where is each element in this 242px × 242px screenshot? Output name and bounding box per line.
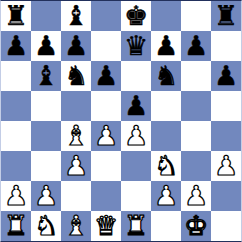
square-g7[interactable]: ♟ (181, 31, 211, 61)
white-pawn[interactable]: ♟ (154, 182, 178, 209)
black-bishop[interactable]: ♝ (34, 62, 58, 89)
square-d4[interactable]: ♟ (91, 121, 121, 151)
white-knight[interactable]: ♞ (154, 152, 178, 179)
square-f4[interactable] (151, 121, 181, 151)
square-b3[interactable] (31, 151, 61, 181)
square-e2[interactable] (121, 181, 151, 211)
square-g6[interactable] (181, 61, 211, 91)
black-pawn[interactable]: ♟ (154, 32, 178, 59)
square-e5[interactable]: ♟ (121, 91, 151, 121)
square-b6[interactable]: ♝ (31, 61, 61, 91)
black-rook[interactable]: ♜ (4, 2, 28, 29)
square-h1[interactable] (211, 211, 241, 241)
white-pawn[interactable]: ♟ (4, 182, 28, 209)
square-d8[interactable] (91, 1, 121, 31)
square-a4[interactable] (1, 121, 31, 151)
black-pawn[interactable]: ♟ (64, 32, 88, 59)
white-queen[interactable]: ♛ (94, 212, 118, 239)
square-b5[interactable] (31, 91, 61, 121)
square-f6[interactable]: ♞ (151, 61, 181, 91)
square-c6[interactable]: ♞ (61, 61, 91, 91)
square-e8[interactable]: ♚ (121, 1, 151, 31)
square-a7[interactable]: ♟ (1, 31, 31, 61)
square-c3[interactable]: ♟ (61, 151, 91, 181)
black-pawn[interactable]: ♟ (124, 92, 148, 119)
black-pawn[interactable]: ♟ (34, 32, 58, 59)
white-knight[interactable]: ♞ (34, 212, 58, 239)
square-f3[interactable]: ♞ (151, 151, 181, 181)
white-pawn[interactable]: ♟ (184, 182, 208, 209)
square-c7[interactable]: ♟ (61, 31, 91, 61)
black-rook[interactable]: ♜ (214, 2, 238, 29)
black-queen[interactable]: ♛ (124, 32, 148, 59)
square-d6[interactable]: ♟ (91, 61, 121, 91)
white-pawn[interactable]: ♟ (94, 122, 118, 149)
white-pawn[interactable]: ♟ (34, 182, 58, 209)
chess-board: ♜♝♚♜♟♟♟♛♟♟♝♞♟♞♟♟♝♟♟♟♞♟♟♟♟♟♜♞♝♛♜♚ (0, 0, 242, 242)
square-f1[interactable] (151, 211, 181, 241)
black-pawn[interactable]: ♟ (214, 62, 238, 89)
square-d5[interactable] (91, 91, 121, 121)
square-a1[interactable]: ♜ (1, 211, 31, 241)
square-h8[interactable]: ♜ (211, 1, 241, 31)
square-a5[interactable] (1, 91, 31, 121)
square-g3[interactable] (181, 151, 211, 181)
square-b1[interactable]: ♞ (31, 211, 61, 241)
square-g4[interactable] (181, 121, 211, 151)
square-f2[interactable]: ♟ (151, 181, 181, 211)
white-bishop[interactable]: ♝ (64, 122, 88, 149)
square-f5[interactable] (151, 91, 181, 121)
square-h2[interactable] (211, 181, 241, 211)
square-e4[interactable]: ♟ (121, 121, 151, 151)
white-pawn[interactable]: ♟ (124, 122, 148, 149)
square-b7[interactable]: ♟ (31, 31, 61, 61)
square-b8[interactable] (31, 1, 61, 31)
white-pawn[interactable]: ♟ (214, 152, 238, 179)
square-c8[interactable]: ♝ (61, 1, 91, 31)
chess-board-grid: ♜♝♚♜♟♟♟♛♟♟♝♞♟♞♟♟♝♟♟♟♞♟♟♟♟♟♜♞♝♛♜♚ (1, 1, 241, 241)
square-e3[interactable] (121, 151, 151, 181)
white-rook[interactable]: ♜ (4, 212, 28, 239)
square-c1[interactable]: ♝ (61, 211, 91, 241)
square-e1[interactable]: ♜ (121, 211, 151, 241)
square-d2[interactable] (91, 181, 121, 211)
square-d1[interactable]: ♛ (91, 211, 121, 241)
square-g5[interactable] (181, 91, 211, 121)
black-pawn[interactable]: ♟ (184, 32, 208, 59)
square-h3[interactable]: ♟ (211, 151, 241, 181)
square-f8[interactable] (151, 1, 181, 31)
square-g8[interactable] (181, 1, 211, 31)
square-c2[interactable] (61, 181, 91, 211)
square-a8[interactable]: ♜ (1, 1, 31, 31)
white-bishop[interactable]: ♝ (64, 212, 88, 239)
square-g1[interactable]: ♚ (181, 211, 211, 241)
black-bishop[interactable]: ♝ (64, 2, 88, 29)
white-pawn[interactable]: ♟ (64, 152, 88, 179)
square-h6[interactable]: ♟ (211, 61, 241, 91)
square-f7[interactable]: ♟ (151, 31, 181, 61)
square-a2[interactable]: ♟ (1, 181, 31, 211)
square-c5[interactable] (61, 91, 91, 121)
square-h5[interactable] (211, 91, 241, 121)
black-pawn[interactable]: ♟ (94, 62, 118, 89)
square-c4[interactable]: ♝ (61, 121, 91, 151)
square-b2[interactable]: ♟ (31, 181, 61, 211)
black-king[interactable]: ♚ (124, 2, 148, 29)
square-b4[interactable] (31, 121, 61, 151)
square-e6[interactable] (121, 61, 151, 91)
black-knight[interactable]: ♞ (64, 62, 88, 89)
black-pawn[interactable]: ♟ (4, 32, 28, 59)
square-h7[interactable] (211, 31, 241, 61)
square-d3[interactable] (91, 151, 121, 181)
white-king[interactable]: ♚ (184, 212, 208, 239)
square-h4[interactable] (211, 121, 241, 151)
white-rook[interactable]: ♜ (124, 212, 148, 239)
square-a3[interactable] (1, 151, 31, 181)
square-a6[interactable] (1, 61, 31, 91)
black-knight[interactable]: ♞ (154, 62, 178, 89)
square-g2[interactable]: ♟ (181, 181, 211, 211)
square-d7[interactable] (91, 31, 121, 61)
square-e7[interactable]: ♛ (121, 31, 151, 61)
